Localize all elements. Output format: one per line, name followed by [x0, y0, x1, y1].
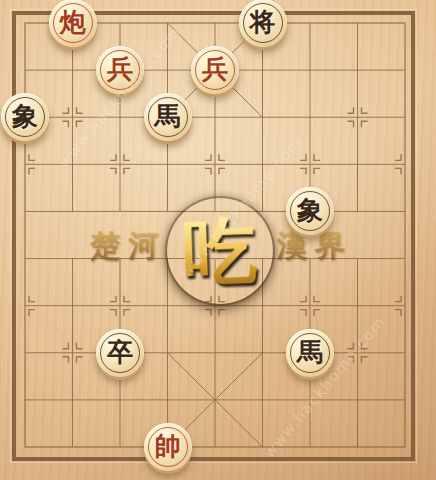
piece-character: 将	[250, 9, 276, 35]
river-label-chu: 楚河	[90, 227, 166, 265]
piece-character: 象	[297, 197, 323, 223]
eat-badge-character: 吃	[182, 213, 259, 290]
piece-character: 馬	[297, 339, 323, 365]
piece-character: 兵	[202, 56, 228, 82]
black-horse[interactable]: 馬	[286, 329, 334, 377]
black-soldier[interactable]: 卒	[96, 329, 144, 377]
piece-character: 兵	[107, 56, 133, 82]
piece-character: 帥	[155, 433, 181, 459]
eat-badge: 吃	[167, 198, 273, 304]
piece-character: 馬	[155, 103, 181, 129]
red-cannon[interactable]: 炮	[49, 0, 97, 47]
piece-character: 卒	[107, 339, 133, 365]
piece-character: 炮	[60, 9, 86, 35]
xiangqi-board[interactable]: 楚河 漢界 吃 炮将兵兵象馬象卒馬帥 www.hackhome.com www.…	[0, 0, 436, 480]
red-general[interactable]: 帥	[144, 423, 192, 471]
black-horse[interactable]: 馬	[144, 93, 192, 141]
piece-character: 象	[12, 103, 38, 129]
red-soldier[interactable]: 兵	[96, 46, 144, 94]
black-elephant[interactable]: 象	[1, 93, 49, 141]
black-general[interactable]: 将	[239, 0, 287, 47]
red-soldier[interactable]: 兵	[191, 46, 239, 94]
